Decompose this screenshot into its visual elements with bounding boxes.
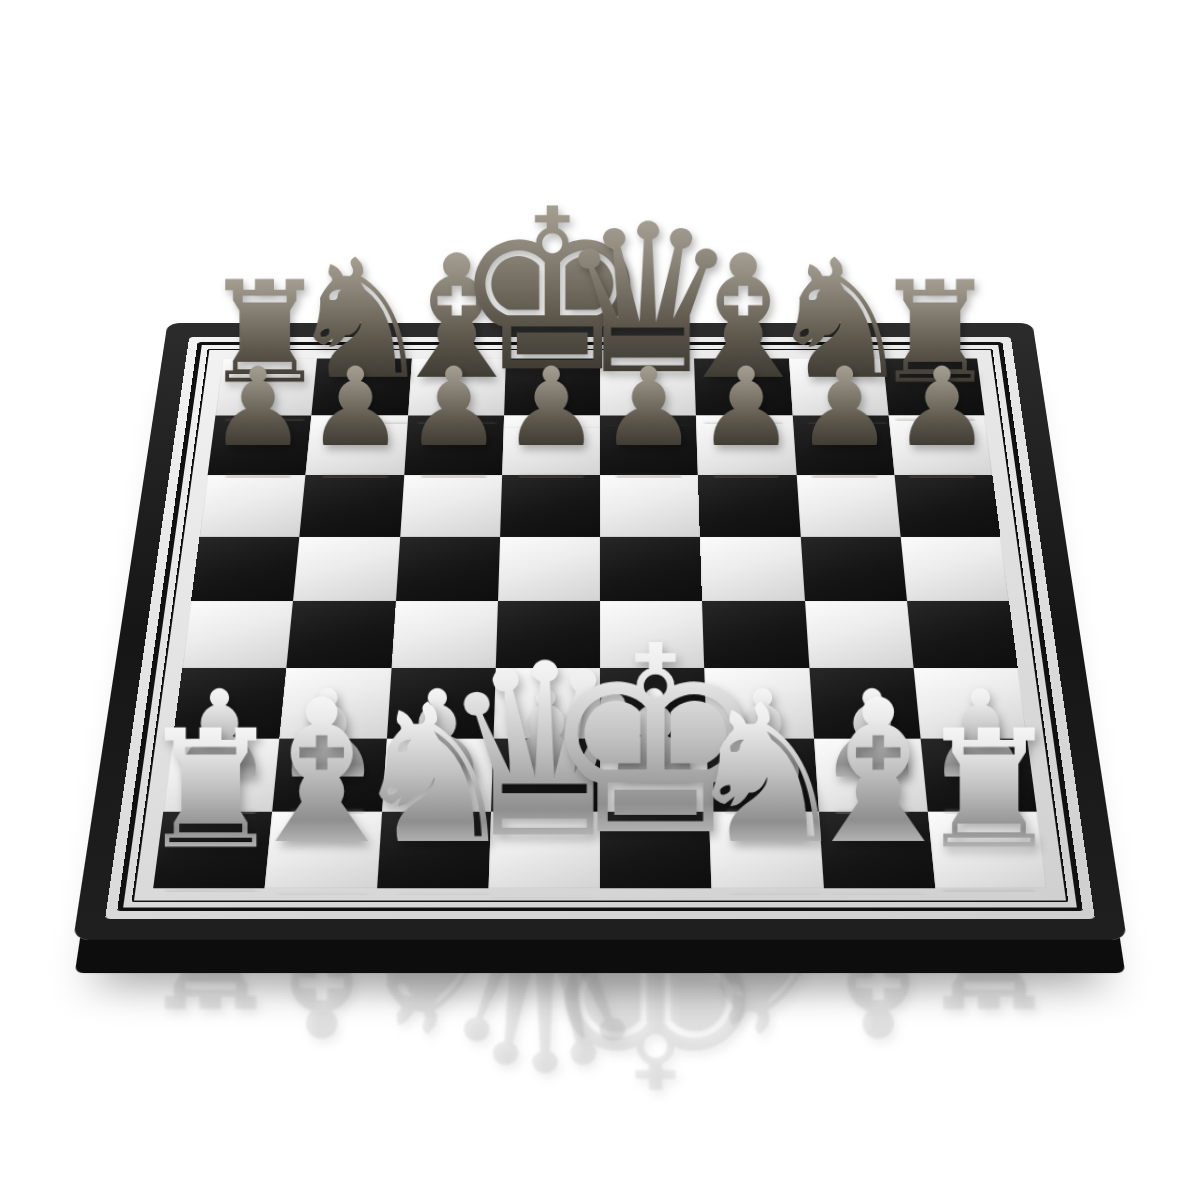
piece-black-pawn: ♟ — [795, 353, 893, 462]
square-e6 — [600, 475, 700, 537]
product-photo: ♜♞♝♚♛♝♞♜♟♟♟♟♟♟♟♟♟♟♟♟♟♟♟♟♜♝♞♛♚♞♝♜ — [0, 0, 1200, 1200]
board-base: ♜♞♝♚♛♝♞♜♟♟♟♟♟♟♟♟♟♟♟♟♟♟♟♟♜♝♞♛♚♞♝♜ — [73, 323, 1127, 940]
piece-black-pawn: ♟ — [698, 353, 796, 462]
square-c7: ♟ — [404, 416, 504, 475]
piece-black-pawn: ♟ — [600, 353, 698, 462]
square-h5 — [900, 537, 1009, 601]
piece-white-rook: ♜ — [916, 708, 1062, 871]
square-a5 — [191, 537, 300, 601]
piece-black-pawn: ♟ — [502, 353, 600, 462]
square-d7: ♟ — [502, 416, 600, 475]
square-f7: ♟ — [696, 416, 796, 475]
square-b6 — [300, 475, 404, 537]
board-margin: ♜♞♝♚♛♝♞♜♟♟♟♟♟♟♟♟♟♟♟♟♟♟♟♟♜♝♞♛♚♞♝♜ — [105, 337, 1095, 919]
square-d6 — [500, 475, 600, 537]
square-g6 — [796, 475, 900, 537]
square-h6 — [894, 475, 1000, 537]
pinstripe-frame-outer: ♜♞♝♚♛♝♞♜♟♟♟♟♟♟♟♟♟♟♟♟♟♟♟♟♜♝♞♛♚♞♝♜ — [117, 342, 1083, 911]
square-a6 — [199, 475, 305, 537]
piece-black-pawn: ♟ — [209, 353, 307, 462]
pinstripe-frame-inner: ♜♞♝♚♛♝♞♜♟♟♟♟♟♟♟♟♟♟♟♟♟♟♟♟♜♝♞♛♚♞♝♜ — [132, 349, 1069, 902]
piece-black-pawn: ♟ — [893, 353, 991, 462]
square-b7: ♟ — [306, 416, 408, 475]
square-e7: ♟ — [600, 416, 698, 475]
square-b5 — [293, 537, 399, 601]
square-f6 — [698, 475, 800, 537]
piece-black-pawn: ♟ — [307, 353, 405, 462]
square-h1: ♜ — [928, 812, 1047, 889]
square-g5 — [800, 537, 906, 601]
square-c5 — [396, 537, 500, 601]
square-c6 — [400, 475, 502, 537]
square-g7: ♟ — [792, 416, 894, 475]
chess-board: ♜♞♝♚♛♝♞♜♟♟♟♟♟♟♟♟♟♟♟♟♟♟♟♟♜♝♞♛♚♞♝♜ — [125, 126, 1075, 1076]
square-a7: ♟ — [208, 416, 312, 475]
piece-black-pawn: ♟ — [405, 353, 503, 462]
square-h7: ♟ — [888, 416, 992, 475]
board-grid: ♜♞♝♚♛♝♞♜♟♟♟♟♟♟♟♟♟♟♟♟♟♟♟♟♜♝♞♛♚♞♝♜ — [153, 359, 1047, 889]
